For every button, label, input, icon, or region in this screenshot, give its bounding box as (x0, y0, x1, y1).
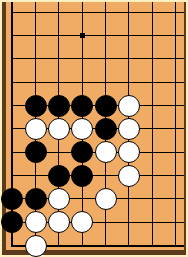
black-stone (71, 165, 93, 187)
grid-line-h (12, 12, 184, 13)
grid-line-h (12, 82, 184, 83)
go-board (2, 2, 186, 255)
grid-line-h (12, 175, 184, 176)
grid-line-v (152, 2, 153, 247)
white-stone (118, 141, 140, 163)
white-stone (48, 118, 70, 140)
white-stone (95, 188, 117, 210)
white-stone (118, 165, 140, 187)
white-stone (118, 118, 140, 140)
white-stone (71, 211, 93, 233)
white-stone (95, 141, 117, 163)
black-stone (71, 95, 93, 117)
black-stone (25, 95, 47, 117)
white-stone (25, 235, 47, 257)
grid-line-h (12, 35, 184, 36)
white-stone (25, 118, 47, 140)
black-stone (48, 95, 70, 117)
grid-line-h (12, 58, 184, 59)
black-stone (71, 141, 93, 163)
black-stone (1, 211, 23, 233)
grid-line-v (175, 2, 176, 247)
white-stone (25, 211, 47, 233)
go-board-diagram (0, 0, 188, 257)
black-stone (95, 95, 117, 117)
black-stone (25, 188, 47, 210)
star-point (80, 33, 85, 38)
black-stone (25, 141, 47, 163)
white-stone (118, 95, 140, 117)
black-stone (48, 165, 70, 187)
white-stone (48, 211, 70, 233)
black-stone (95, 118, 117, 140)
white-stone (48, 188, 70, 210)
white-stone (71, 118, 93, 140)
black-stone (1, 188, 23, 210)
